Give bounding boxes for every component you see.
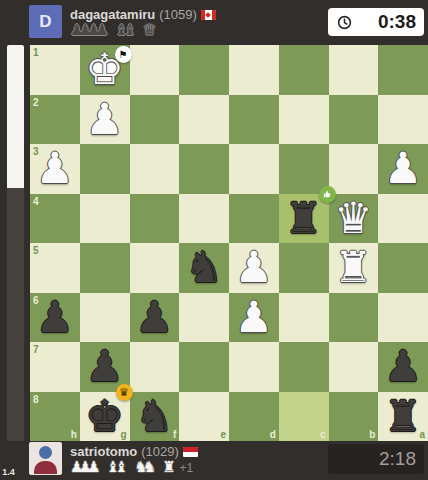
square-b1[interactable]	[329, 45, 379, 95]
square-h1[interactable]: 1	[30, 45, 80, 95]
top-player-bar: D dagagatamiru (1059) ♟♟♟♟♝♝♛ 0:38	[0, 0, 428, 45]
bottom-clock-time: 2:18	[328, 448, 424, 470]
square-f4[interactable]	[130, 194, 180, 244]
square-c3[interactable]	[279, 144, 329, 194]
white-pawn[interactable]: ♟	[30, 144, 80, 194]
square-g3[interactable]	[80, 144, 130, 194]
square-b8[interactable]: b	[329, 392, 379, 442]
square-g5[interactable]	[80, 243, 130, 293]
square-g6[interactable]	[80, 293, 130, 343]
white-pawn[interactable]: ♟	[229, 293, 279, 343]
square-b5[interactable]: ♜	[329, 243, 379, 293]
square-c6[interactable]	[279, 293, 329, 343]
bottom-player-avatar[interactable]	[29, 442, 62, 475]
rank-label-1: 1	[33, 47, 39, 58]
square-f8[interactable]: f♞	[130, 392, 180, 442]
white-queen[interactable]: ♛	[329, 194, 379, 244]
square-d4[interactable]	[229, 194, 279, 244]
square-f2[interactable]	[130, 95, 180, 145]
indonesia-flag-icon	[183, 447, 198, 457]
square-f6[interactable]: ♟	[130, 293, 180, 343]
square-f7[interactable]	[130, 342, 180, 392]
square-f5[interactable]	[130, 243, 180, 293]
square-c5[interactable]	[279, 243, 329, 293]
square-h3[interactable]: 3♟	[30, 144, 80, 194]
square-a6[interactable]	[378, 293, 428, 343]
square-f3[interactable]	[130, 144, 180, 194]
rank-label-2: 2	[33, 97, 39, 108]
square-a2[interactable]	[378, 95, 428, 145]
black-knight[interactable]: ♞	[130, 392, 180, 442]
rank-label-7: 7	[33, 344, 39, 355]
square-b2[interactable]	[329, 95, 379, 145]
square-d1[interactable]	[229, 45, 279, 95]
flagged-time-icon: ⚑	[115, 46, 132, 63]
square-h2[interactable]: 2	[30, 95, 80, 145]
white-pawn[interactable]: ♟	[378, 144, 428, 194]
square-h5[interactable]: 5	[30, 243, 80, 293]
square-b3[interactable]	[329, 144, 379, 194]
square-d2[interactable]	[229, 95, 279, 145]
black-knight[interactable]: ♞	[179, 243, 229, 293]
square-d7[interactable]	[229, 342, 279, 392]
top-player-avatar[interactable]: D	[29, 5, 62, 38]
rank-label-4: 4	[33, 196, 39, 207]
good-move-thumbs-up-icon	[319, 186, 336, 203]
black-pawn[interactable]: ♟	[130, 293, 180, 343]
black-rook[interactable]: ♜	[378, 392, 428, 442]
square-a4[interactable]	[378, 194, 428, 244]
square-e3[interactable]	[179, 144, 229, 194]
square-g2[interactable]: ♟	[80, 95, 130, 145]
square-a5[interactable]	[378, 243, 428, 293]
square-c1[interactable]	[279, 45, 329, 95]
square-e2[interactable]	[179, 95, 229, 145]
square-d6[interactable]: ♟	[229, 293, 279, 343]
white-pawn[interactable]: ♟	[229, 243, 279, 293]
chess-game-screen: D dagagatamiru (1059) ♟♟♟♟♝♝♛ 0:38 1.4 1…	[0, 0, 428, 480]
square-a1[interactable]	[378, 45, 428, 95]
evaluation-bar	[7, 45, 24, 441]
square-b7[interactable]	[329, 342, 379, 392]
avatar-head	[39, 446, 52, 459]
captured-piece-group: ♝♝	[115, 22, 143, 39]
black-pawn[interactable]: ♟	[378, 342, 428, 392]
captured-piece-group: ♟♟♟	[70, 459, 106, 476]
bottom-player-clock: 2:18	[328, 444, 424, 474]
captured-piece-group: ♛	[143, 22, 162, 39]
captured-piece-group: ♟♟♟♟	[70, 22, 115, 39]
square-d8[interactable]: d	[229, 392, 279, 442]
captured-piece-group: ♞♞	[134, 459, 162, 476]
chess-board: 1♚2♟3♟♟4♜♛5♞♟♜6♟♟♟7♟♟8hg♚f♞edcba♜⚑♛	[30, 45, 428, 441]
square-d3[interactable]	[229, 144, 279, 194]
rank-label-8: 8	[33, 394, 39, 405]
bottom-player-rating: (1029)	[141, 444, 179, 459]
bottom-captured-pieces: ♟♟♟♝♝♞♞♜+1	[70, 459, 193, 476]
square-d5[interactable]: ♟	[229, 243, 279, 293]
square-e7[interactable]	[179, 342, 229, 392]
material-advantage: +1	[180, 461, 194, 475]
square-f1[interactable]	[130, 45, 180, 95]
bottom-player-bar: satriotomo (1029) ♟♟♟♝♝♞♞♜+1 2:18	[0, 435, 428, 480]
top-player-clock: 0:38	[328, 8, 424, 36]
square-c2[interactable]	[279, 95, 329, 145]
square-c8[interactable]: c	[279, 392, 329, 442]
captured-piece-group: ♝♝	[106, 459, 134, 476]
square-e8[interactable]: e	[179, 392, 229, 442]
square-e1[interactable]	[179, 45, 229, 95]
square-g4[interactable]	[80, 194, 130, 244]
eval-bar-white-segment	[7, 45, 24, 188]
top-player-name[interactable]: dagagatamiru	[70, 7, 155, 22]
square-b4[interactable]: ♛	[329, 194, 379, 244]
square-b6[interactable]	[329, 293, 379, 343]
white-rook[interactable]: ♜	[329, 243, 379, 293]
top-captured-pieces: ♟♟♟♟♝♝♛	[70, 22, 162, 39]
top-player-name-row[interactable]: dagagatamiru (1059)	[70, 7, 216, 22]
top-clock-time: 0:38	[352, 11, 424, 33]
square-e5[interactable]: ♞	[179, 243, 229, 293]
clock-icon	[337, 15, 352, 30]
square-a7[interactable]: ♟	[378, 342, 428, 392]
top-player-rating: (1059)	[159, 7, 197, 22]
square-h6[interactable]: 6♟	[30, 293, 80, 343]
square-h8[interactable]: 8h	[30, 392, 80, 442]
bottom-player-name[interactable]: satriotomo	[70, 444, 137, 459]
square-e6[interactable]	[179, 293, 229, 343]
rank-label-5: 5	[33, 245, 39, 256]
white-pawn[interactable]: ♟	[80, 95, 130, 145]
square-c7[interactable]	[279, 342, 329, 392]
square-e4[interactable]	[179, 194, 229, 244]
bottom-player-name-row[interactable]: satriotomo (1029)	[70, 444, 198, 459]
black-pawn[interactable]: ♟	[30, 293, 80, 343]
square-a3[interactable]: ♟	[378, 144, 428, 194]
square-a8[interactable]: a♜	[378, 392, 428, 442]
avatar-body	[34, 461, 57, 474]
winner-crown-icon: ♛	[116, 384, 133, 401]
square-h4[interactable]: 4	[30, 194, 80, 244]
square-h7[interactable]: 7	[30, 342, 80, 392]
canada-flag-icon	[201, 10, 216, 20]
